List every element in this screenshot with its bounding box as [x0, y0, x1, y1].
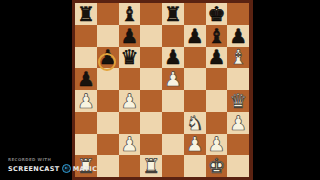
black-pawn-icon: ♟	[77, 69, 95, 89]
white-pawn-icon: ♟	[186, 134, 204, 154]
white-bishop-icon: ♝	[229, 47, 247, 67]
square-e4[interactable]	[162, 90, 184, 112]
square-h3[interactable]: ♟	[227, 112, 249, 134]
square-a7[interactable]	[75, 25, 97, 47]
square-c1[interactable]	[119, 155, 141, 177]
square-g4[interactable]	[206, 90, 228, 112]
square-d3[interactable]	[140, 112, 162, 134]
square-f8[interactable]	[184, 3, 206, 25]
square-b5[interactable]	[97, 68, 119, 90]
square-c8[interactable]: ♝	[119, 3, 141, 25]
white-pawn-icon: ♟	[77, 90, 95, 110]
white-knight-icon: ♞	[186, 112, 204, 132]
square-b1[interactable]	[97, 155, 119, 177]
square-b8[interactable]	[97, 3, 119, 25]
square-d8[interactable]	[140, 3, 162, 25]
black-king-icon: ♚	[207, 3, 225, 23]
square-c5[interactable]	[119, 68, 141, 90]
square-g6[interactable]: ♟	[206, 47, 228, 69]
square-a3[interactable]	[75, 112, 97, 134]
square-e6[interactable]: ♟	[162, 47, 184, 69]
black-rook-icon: ♜	[164, 3, 182, 23]
square-d1[interactable]: ♜	[140, 155, 162, 177]
black-queen-icon: ♛	[120, 47, 138, 67]
square-e7[interactable]	[162, 25, 184, 47]
square-c7[interactable]: ♟	[119, 25, 141, 47]
white-pawn-icon: ♟	[229, 112, 247, 132]
square-c2[interactable]: ♟	[119, 134, 141, 156]
square-a4[interactable]: ♟	[75, 90, 97, 112]
watermark-brand-screencast-label: SCREENCAST	[8, 165, 60, 173]
square-a6[interactable]	[75, 47, 97, 69]
square-d2[interactable]	[140, 134, 162, 156]
black-pawn-icon: ♟	[164, 47, 182, 67]
black-pawn-icon: ♟	[186, 25, 204, 45]
square-g2[interactable]: ♟	[206, 134, 228, 156]
black-pawn-icon: ♟	[207, 47, 225, 67]
black-bishop-icon: ♝	[120, 3, 138, 23]
square-f6[interactable]	[184, 47, 206, 69]
white-pawn-icon: ♟	[207, 134, 225, 154]
square-b6[interactable]: ♟	[97, 47, 119, 69]
white-pawn-icon: ♟	[120, 90, 138, 110]
square-h7[interactable]: ♟	[227, 25, 249, 47]
white-pawn-icon: ♟	[120, 134, 138, 154]
square-b4[interactable]	[97, 90, 119, 112]
square-c6[interactable]: ♛	[119, 47, 141, 69]
square-b3[interactable]	[97, 112, 119, 134]
square-h6[interactable]: ♝	[227, 47, 249, 69]
black-bishop-icon: ♝	[207, 25, 225, 45]
chess-board: ♜♝♜♚♟♟♝♟♟♛♟♟♝♟♟♟♟♛♞♟♟♟♟♜♜♚	[75, 3, 249, 177]
square-d6[interactable]	[140, 47, 162, 69]
square-e5[interactable]: ♟	[162, 68, 184, 90]
square-f1[interactable]	[184, 155, 206, 177]
square-a5[interactable]: ♟	[75, 68, 97, 90]
square-f2[interactable]: ♟	[184, 134, 206, 156]
square-e8[interactable]: ♜	[162, 3, 184, 25]
video-frame: ♜♝♜♚♟♟♝♟♟♛♟♟♝♟♟♟♟♛♞♟♟♟♟♜♜♚ RECORDED WITH…	[0, 0, 320, 180]
square-f4[interactable]	[184, 90, 206, 112]
square-g3[interactable]	[206, 112, 228, 134]
black-pawn-icon: ♟	[120, 25, 138, 45]
square-f3[interactable]: ♞	[184, 112, 206, 134]
square-d4[interactable]	[140, 90, 162, 112]
square-f7[interactable]: ♟	[184, 25, 206, 47]
white-pawn-icon: ♟	[164, 69, 182, 89]
square-h2[interactable]	[227, 134, 249, 156]
chess-board-frame: ♜♝♜♚♟♟♝♟♟♛♟♟♝♟♟♟♟♛♞♟♟♟♟♜♜♚	[72, 0, 253, 180]
white-queen-icon: ♛	[229, 90, 247, 110]
square-b2[interactable]	[97, 134, 119, 156]
black-pawn-icon: ♟	[229, 25, 247, 45]
watermark-recorded-with-label: RECORDED WITH	[8, 157, 97, 162]
screencast-o-matic-watermark: RECORDED WITH SCREENCAST MATIC	[8, 157, 97, 173]
watermark-brand: SCREENCAST MATIC	[8, 164, 97, 173]
square-e3[interactable]	[162, 112, 184, 134]
play-circle-icon	[62, 164, 71, 173]
square-d7[interactable]	[140, 25, 162, 47]
square-h4[interactable]: ♛	[227, 90, 249, 112]
square-d5[interactable]	[140, 68, 162, 90]
square-g8[interactable]: ♚	[206, 3, 228, 25]
square-h5[interactable]	[227, 68, 249, 90]
black-rook-icon: ♜	[77, 3, 95, 23]
square-g1[interactable]: ♚	[206, 155, 228, 177]
square-h8[interactable]	[227, 3, 249, 25]
square-e1[interactable]	[162, 155, 184, 177]
black-pawn-icon: ♟	[99, 47, 117, 67]
square-c4[interactable]: ♟	[119, 90, 141, 112]
white-rook-icon: ♜	[142, 156, 160, 176]
square-g5[interactable]	[206, 68, 228, 90]
square-a2[interactable]	[75, 134, 97, 156]
square-f5[interactable]	[184, 68, 206, 90]
square-b7[interactable]	[97, 25, 119, 47]
square-h1[interactable]	[227, 155, 249, 177]
square-c3[interactable]	[119, 112, 141, 134]
square-a8[interactable]: ♜	[75, 3, 97, 25]
square-g7[interactable]: ♝	[206, 25, 228, 47]
white-king-icon: ♚	[207, 156, 225, 176]
watermark-brand-matic-label: MATIC	[73, 165, 98, 173]
square-e2[interactable]	[162, 134, 184, 156]
